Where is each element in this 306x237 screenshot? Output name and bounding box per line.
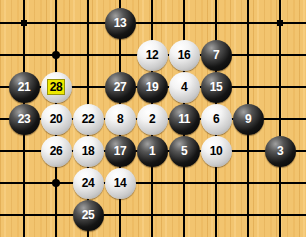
stone-26-white[interactable]: 26 — [41, 136, 72, 167]
stone-1-black[interactable]: 1 — [137, 136, 168, 167]
move-number: 7 — [212, 48, 220, 62]
stone-21-black[interactable]: 21 — [9, 72, 40, 103]
move-number: 10 — [209, 144, 223, 158]
stone-17-black[interactable]: 17 — [105, 136, 136, 167]
stone-5-black[interactable]: 5 — [169, 136, 200, 167]
stone-18-white[interactable]: 18 — [73, 136, 104, 167]
stone-4-white[interactable]: 4 — [169, 72, 200, 103]
move-number: 1 — [148, 144, 156, 158]
move-number: 8 — [116, 112, 124, 126]
move-number: 24 — [81, 176, 95, 190]
stone-28-white[interactable]: 28 — [41, 72, 72, 103]
go-board[interactable]: 1234567891011121314151617181920212223242… — [0, 0, 306, 237]
stone-grid: 1234567891011121314151617181920212223242… — [8, 7, 296, 231]
move-number: 16 — [177, 48, 191, 62]
move-number: 5 — [180, 144, 188, 158]
stone-10-white[interactable]: 10 — [201, 136, 232, 167]
move-number: 17 — [113, 144, 127, 158]
move-number: 26 — [49, 144, 63, 158]
stone-22-white[interactable]: 22 — [73, 104, 104, 135]
stone-25-black[interactable]: 25 — [73, 200, 104, 231]
move-number: 27 — [113, 80, 127, 94]
stone-24-white[interactable]: 24 — [73, 168, 104, 199]
stone-23-black[interactable]: 23 — [9, 104, 40, 135]
move-number: 25 — [81, 208, 95, 222]
move-number: 6 — [212, 112, 220, 126]
move-number: 23 — [17, 112, 31, 126]
stone-3-black[interactable]: 3 — [265, 136, 296, 167]
move-number: 18 — [81, 144, 95, 158]
stone-6-white[interactable]: 6 — [201, 104, 232, 135]
move-number: 2 — [148, 112, 156, 126]
move-number: 21 — [17, 80, 31, 94]
stone-27-black[interactable]: 27 — [105, 72, 136, 103]
move-number: 20 — [49, 112, 63, 126]
stone-2-white[interactable]: 2 — [137, 104, 168, 135]
stone-9-black[interactable]: 9 — [233, 104, 264, 135]
stone-15-black[interactable]: 15 — [201, 72, 232, 103]
stone-8-white[interactable]: 8 — [105, 104, 136, 135]
move-number: 11 — [177, 112, 191, 126]
stone-20-white[interactable]: 20 — [41, 104, 72, 135]
stone-14-white[interactable]: 14 — [105, 168, 136, 199]
move-number: 22 — [81, 112, 95, 126]
move-number: 28 — [47, 79, 65, 95]
move-number: 14 — [113, 176, 127, 190]
move-number: 15 — [209, 80, 223, 94]
move-number: 4 — [180, 80, 188, 94]
move-number: 13 — [113, 16, 127, 30]
stone-19-black[interactable]: 19 — [137, 72, 168, 103]
move-number: 19 — [145, 80, 159, 94]
stone-12-white[interactable]: 12 — [137, 40, 168, 71]
stone-13-black[interactable]: 13 — [105, 8, 136, 39]
move-number: 12 — [145, 48, 159, 62]
stone-16-white[interactable]: 16 — [169, 40, 200, 71]
stone-11-black[interactable]: 11 — [169, 104, 200, 135]
stone-7-black[interactable]: 7 — [201, 40, 232, 71]
move-number: 9 — [244, 112, 252, 126]
move-number: 3 — [276, 144, 284, 158]
